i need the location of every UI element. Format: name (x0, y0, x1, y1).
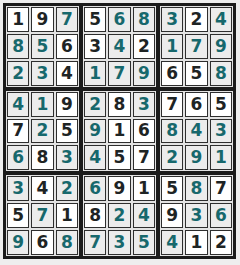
cell-r8c8[interactable]: 3 (185, 203, 207, 228)
cell-r2c8[interactable]: 7 (185, 34, 207, 59)
cell-r2c5[interactable]: 4 (108, 34, 130, 59)
cell-r1c4[interactable]: 5 (84, 7, 106, 32)
cell-r3c6[interactable]: 9 (133, 61, 155, 86)
box-1-3: 324179658 (158, 4, 235, 89)
cell-r2c4[interactable]: 3 (84, 34, 106, 59)
cell-r7c6[interactable]: 1 (133, 176, 155, 201)
cell-r5c8[interactable]: 4 (185, 119, 207, 144)
cell-r5c5[interactable]: 1 (108, 119, 130, 144)
cell-r6c5[interactable]: 5 (108, 145, 130, 170)
cell-r3c8[interactable]: 5 (185, 61, 207, 86)
cell-r1c5[interactable]: 6 (108, 7, 130, 32)
box-3-1: 342571968 (4, 173, 81, 258)
cell-r1c8[interactable]: 2 (185, 7, 207, 32)
box-3-2: 691824735 (81, 173, 158, 258)
cell-r6c2[interactable]: 8 (31, 145, 53, 170)
cell-r8c6[interactable]: 4 (133, 203, 155, 228)
cell-r6c7[interactable]: 2 (161, 145, 183, 170)
cell-r9c4[interactable]: 7 (84, 230, 106, 255)
box-2-3: 765843291 (158, 89, 235, 174)
cell-r3c1[interactable]: 2 (7, 61, 29, 86)
cell-r4c8[interactable]: 6 (185, 92, 207, 117)
cell-r8c3[interactable]: 1 (56, 203, 78, 228)
cell-r7c7[interactable]: 5 (161, 176, 183, 201)
box-1-2: 568342179 (81, 4, 158, 89)
cell-r6c1[interactable]: 6 (7, 145, 29, 170)
sudoku-board: 1978562345683421793241796584197256832839… (3, 3, 236, 259)
cell-r9c1[interactable]: 9 (7, 230, 29, 255)
cell-r8c5[interactable]: 2 (108, 203, 130, 228)
cell-r3c5[interactable]: 7 (108, 61, 130, 86)
cell-r4c3[interactable]: 9 (56, 92, 78, 117)
cell-r2c3[interactable]: 6 (56, 34, 78, 59)
cell-r2c7[interactable]: 1 (161, 34, 183, 59)
cell-r4c7[interactable]: 7 (161, 92, 183, 117)
cell-r8c1[interactable]: 5 (7, 203, 29, 228)
cell-r8c7[interactable]: 9 (161, 203, 183, 228)
cell-r7c5[interactable]: 9 (108, 176, 130, 201)
cell-r9c3[interactable]: 8 (56, 230, 78, 255)
cell-r3c4[interactable]: 1 (84, 61, 106, 86)
cell-r4c5[interactable]: 8 (108, 92, 130, 117)
cell-r2c9[interactable]: 9 (210, 34, 232, 59)
cell-r6c9[interactable]: 1 (210, 145, 232, 170)
cell-r3c2[interactable]: 3 (31, 61, 53, 86)
cell-r5c7[interactable]: 8 (161, 119, 183, 144)
cell-r5c3[interactable]: 5 (56, 119, 78, 144)
box-2-1: 419725683 (4, 89, 81, 174)
cell-r7c9[interactable]: 7 (210, 176, 232, 201)
cell-r7c1[interactable]: 3 (7, 176, 29, 201)
cell-r7c2[interactable]: 4 (31, 176, 53, 201)
cell-r4c1[interactable]: 4 (7, 92, 29, 117)
cell-r5c6[interactable]: 6 (133, 119, 155, 144)
cell-r5c2[interactable]: 2 (31, 119, 53, 144)
cell-r8c2[interactable]: 7 (31, 203, 53, 228)
cell-r5c9[interactable]: 3 (210, 119, 232, 144)
cell-r3c7[interactable]: 6 (161, 61, 183, 86)
cell-r6c3[interactable]: 3 (56, 145, 78, 170)
box-2-2: 283916457 (81, 89, 158, 174)
cell-r4c2[interactable]: 1 (31, 92, 53, 117)
cell-r6c8[interactable]: 9 (185, 145, 207, 170)
cell-r9c9[interactable]: 2 (210, 230, 232, 255)
cell-r8c9[interactable]: 6 (210, 203, 232, 228)
cell-r1c6[interactable]: 8 (133, 7, 155, 32)
cell-r9c7[interactable]: 4 (161, 230, 183, 255)
cell-r4c9[interactable]: 5 (210, 92, 232, 117)
cell-r3c9[interactable]: 8 (210, 61, 232, 86)
cell-r1c3[interactable]: 7 (56, 7, 78, 32)
cell-r1c2[interactable]: 9 (31, 7, 53, 32)
cell-r7c3[interactable]: 2 (56, 176, 78, 201)
cell-r4c4[interactable]: 2 (84, 92, 106, 117)
cell-r9c5[interactable]: 3 (108, 230, 130, 255)
cell-r6c6[interactable]: 7 (133, 145, 155, 170)
cell-r2c1[interactable]: 8 (7, 34, 29, 59)
cell-r9c8[interactable]: 1 (185, 230, 207, 255)
cell-r5c1[interactable]: 7 (7, 119, 29, 144)
cell-r9c6[interactable]: 5 (133, 230, 155, 255)
box-1-1: 197856234 (4, 4, 81, 89)
cell-r7c4[interactable]: 6 (84, 176, 106, 201)
cell-r8c4[interactable]: 8 (84, 203, 106, 228)
cell-r2c6[interactable]: 2 (133, 34, 155, 59)
cell-r2c2[interactable]: 5 (31, 34, 53, 59)
cell-r3c3[interactable]: 4 (56, 61, 78, 86)
cell-r1c9[interactable]: 4 (210, 7, 232, 32)
cell-r1c7[interactable]: 3 (161, 7, 183, 32)
cell-r4c6[interactable]: 3 (133, 92, 155, 117)
cell-r7c8[interactable]: 8 (185, 176, 207, 201)
cell-r5c4[interactable]: 9 (84, 119, 106, 144)
cell-r9c2[interactable]: 6 (31, 230, 53, 255)
cell-r6c4[interactable]: 4 (84, 145, 106, 170)
box-3-3: 587936412 (158, 173, 235, 258)
cell-r1c1[interactable]: 1 (7, 7, 29, 32)
